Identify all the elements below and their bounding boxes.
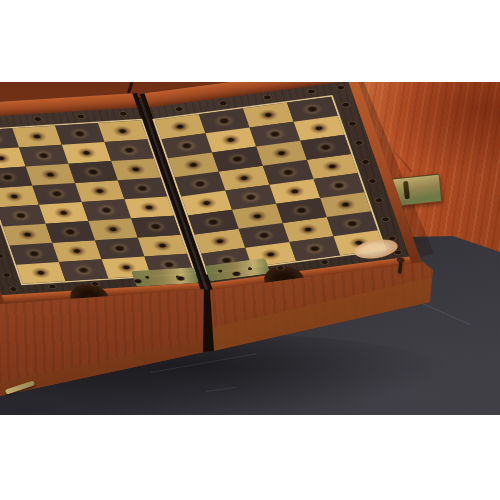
photograph: [0, 82, 500, 415]
board-square: [131, 216, 180, 238]
margin-peg-hole: [47, 284, 57, 289]
board-square: [26, 164, 75, 186]
margin-peg-hole: [132, 278, 142, 283]
photo-page: [0, 0, 500, 500]
margin-peg-hole: [360, 159, 371, 165]
margin-peg-hole: [118, 111, 128, 116]
margin-peg-hole: [2, 272, 12, 277]
board-square: [289, 236, 340, 261]
margin-peg-hole: [347, 121, 358, 127]
box-shadow: [0, 334, 450, 414]
margin-peg-hole: [306, 89, 317, 95]
margin-peg-hole: [262, 94, 273, 100]
margin-peg-hole: [340, 102, 351, 108]
margin-peg-hole: [380, 216, 391, 222]
board-square: [334, 230, 385, 255]
margin-peg-hole: [0, 253, 5, 258]
margin-peg-hole: [336, 85, 347, 91]
margin-peg-hole: [173, 106, 184, 112]
margin-peg-hole: [75, 114, 85, 119]
margin-peg-hole: [363, 253, 374, 259]
board-square: [46, 221, 95, 243]
board-square: [111, 158, 160, 180]
board-square: [59, 259, 108, 281]
board-square: [68, 161, 117, 183]
margin-peg-hole: [374, 197, 385, 203]
board-square: [88, 218, 137, 240]
board-square: [16, 262, 65, 284]
margin-peg-hole: [387, 235, 398, 241]
board-square: [3, 224, 52, 246]
margin-peg-hole: [393, 249, 404, 255]
margin-peg-hole: [32, 116, 42, 121]
margin-peg-hole: [217, 100, 228, 106]
background-scratch: [416, 300, 471, 325]
margin-peg-hole: [354, 140, 365, 146]
scallop-notch: [66, 283, 109, 300]
margin-peg-hole: [8, 286, 18, 291]
margin-peg-hole: [367, 178, 378, 184]
margin-peg-hole: [319, 259, 330, 265]
